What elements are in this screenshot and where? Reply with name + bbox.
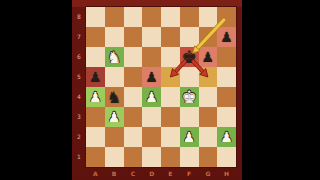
square-d1[interactable] [142,147,161,167]
square-b7[interactable] [105,27,124,47]
file-coordinates: ABCDEFGH [86,167,236,180]
square-f4[interactable]: ♚ [180,87,199,107]
square-e7[interactable] [161,27,180,47]
square-g4[interactable] [199,87,218,107]
square-f5[interactable] [180,67,199,87]
square-h6[interactable] [217,47,236,67]
square-d8[interactable] [142,7,161,27]
square-c6[interactable] [124,47,143,67]
square-f6[interactable]: ♚ [180,47,199,67]
square-f3[interactable] [180,107,199,127]
rank-label: 5 [72,67,86,87]
white-pawn[interactable]: ♟ [183,129,196,145]
black-pawn[interactable]: ♟ [89,69,102,85]
square-c7[interactable] [124,27,143,47]
white-pawn[interactable]: ♟ [145,89,158,105]
square-c8[interactable] [124,7,143,27]
black-pawn[interactable]: ♟ [145,69,158,85]
square-f8[interactable] [180,7,199,27]
square-f1[interactable] [180,147,199,167]
square-g5[interactable] [199,67,218,87]
square-g6[interactable]: ♟ [199,47,218,67]
square-e3[interactable] [161,107,180,127]
rank-label: 8 [72,7,86,27]
square-c2[interactable] [124,127,143,147]
square-a8[interactable] [86,7,105,27]
square-h1[interactable] [217,147,236,167]
file-label: A [86,168,105,180]
square-g1[interactable] [199,147,218,167]
white-knight[interactable]: ♞ [107,47,121,66]
square-b8[interactable] [105,7,124,27]
white-pawn[interactable]: ♟ [89,89,102,105]
square-h2[interactable]: ♟ [217,127,236,147]
white-king[interactable]: ♚ [182,87,197,107]
file-label: E [161,168,180,180]
rank-label: 7 [72,27,86,47]
square-c4[interactable] [124,87,143,107]
square-b6[interactable]: ♞ [105,47,124,67]
file-label: G [199,168,218,180]
file-label: D [142,168,161,180]
letterbox-left [0,0,72,180]
square-d2[interactable] [142,127,161,147]
file-label: C [124,168,143,180]
screenshot-canvas: 87654321 ♟♞♚♟♟♟♟♞♟♚♟♟♟ ABCDEFGH [0,0,320,180]
square-c1[interactable] [124,147,143,167]
file-label: B [105,168,124,180]
square-e6[interactable] [161,47,180,67]
square-h3[interactable] [217,107,236,127]
chess-board-frame: 87654321 ♟♞♚♟♟♟♟♞♟♚♟♟♟ ABCDEFGH [72,0,242,180]
square-g3[interactable] [199,107,218,127]
square-e2[interactable] [161,127,180,147]
square-a1[interactable] [86,147,105,167]
square-d4[interactable]: ♟ [142,87,161,107]
square-f2[interactable]: ♟ [180,127,199,147]
square-a3[interactable] [86,107,105,127]
square-a7[interactable] [86,27,105,47]
square-d7[interactable] [142,27,161,47]
rank-label: 3 [72,107,86,127]
square-a6[interactable] [86,47,105,67]
square-d6[interactable] [142,47,161,67]
chess-board[interactable]: ♟♞♚♟♟♟♟♞♟♚♟♟♟ [86,7,236,167]
white-pawn[interactable]: ♟ [220,129,233,145]
square-d5[interactable]: ♟ [142,67,161,87]
square-a2[interactable] [86,127,105,147]
rank-label: 6 [72,47,86,67]
square-g2[interactable] [199,127,218,147]
square-e8[interactable] [161,7,180,27]
square-c3[interactable] [124,107,143,127]
file-label: H [217,168,236,180]
square-f7[interactable] [180,27,199,47]
square-e4[interactable] [161,87,180,107]
square-e1[interactable] [161,147,180,167]
square-b2[interactable] [105,127,124,147]
black-knight[interactable]: ♞ [107,87,121,106]
square-h5[interactable] [217,67,236,87]
white-pawn[interactable]: ♟ [108,109,121,125]
file-label: F [180,168,199,180]
square-b3[interactable]: ♟ [105,107,124,127]
black-king[interactable]: ♚ [182,47,197,67]
square-h4[interactable] [217,87,236,107]
letterbox-right [242,0,320,180]
rank-label: 4 [72,87,86,107]
square-d3[interactable] [142,107,161,127]
square-g8[interactable] [199,7,218,27]
square-b5[interactable] [105,67,124,87]
square-c5[interactable] [124,67,143,87]
square-b4[interactable]: ♞ [105,87,124,107]
black-pawn[interactable]: ♟ [220,29,233,45]
square-a4[interactable]: ♟ [86,87,105,107]
square-b1[interactable] [105,147,124,167]
square-h7[interactable]: ♟ [217,27,236,47]
black-pawn[interactable]: ♟ [202,49,215,65]
square-e5[interactable] [161,67,180,87]
rank-label: 2 [72,127,86,147]
square-g7[interactable] [199,27,218,47]
square-h8[interactable] [217,7,236,27]
rank-coordinates: 87654321 [72,7,86,167]
rank-label: 1 [72,147,86,167]
square-a5[interactable]: ♟ [86,67,105,87]
